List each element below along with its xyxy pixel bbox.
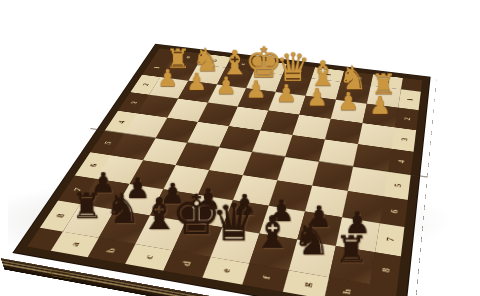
rank-label: 3 <box>399 137 409 141</box>
piece-black-rook: ♜ <box>311 231 392 268</box>
file-label: g <box>300 281 313 288</box>
brass-clasp <box>50 270 71 280</box>
square-g4 <box>319 139 358 166</box>
rank-label: 5 <box>102 141 113 145</box>
square-a5 <box>111 134 156 161</box>
coord-rank-3-right: 3 <box>392 127 417 151</box>
rank-label: 3 <box>129 101 139 105</box>
scene: abcdefgh1♜♞♝♚♛♝♞♜12♟♟♟♟♟♟♟♟2334455667♟♟♟… <box>0 0 480 296</box>
file-label: h <box>341 288 354 295</box>
square-f4 <box>285 135 325 162</box>
coord-rank-4-right: 4 <box>388 149 414 175</box>
file-label: c <box>143 254 156 260</box>
coord-rank-5-right: 5 <box>384 172 411 200</box>
square-g5 <box>312 162 353 191</box>
file-label: a <box>68 241 81 247</box>
square-b4 <box>156 118 198 143</box>
file-label: f <box>259 275 272 280</box>
rank-label: 4 <box>116 120 127 124</box>
chess-board: abcdefgh1♜♞♝♚♛♝♞♜12♟♟♟♟♟♟♟♟2334455667♟♟♟… <box>14 44 430 296</box>
square-g3 <box>325 119 363 144</box>
rank-label: 4 <box>396 159 407 163</box>
rank-label: 5 <box>392 183 403 188</box>
board-face: abcdefgh1♜♞♝♚♛♝♞♜12♟♟♟♟♟♟♟♟2334455667♟♟♟… <box>14 44 430 296</box>
file-label: e <box>220 268 233 274</box>
file-label: d <box>181 260 194 267</box>
coord-file-d-near: d <box>163 250 210 277</box>
square-d5 <box>209 147 252 175</box>
square-h3 <box>358 123 395 149</box>
square-a4 <box>125 113 168 138</box>
file-label: b <box>105 247 118 253</box>
piece-white-pawn: ♟ <box>348 93 412 117</box>
square-h5 <box>348 167 388 197</box>
